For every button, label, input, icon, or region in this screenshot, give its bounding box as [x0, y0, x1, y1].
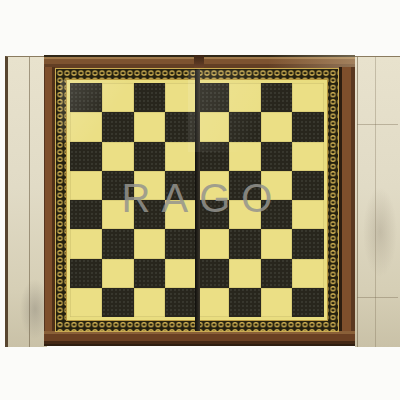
- square-a5: [70, 171, 102, 200]
- square-h3: [292, 229, 324, 258]
- square-a1: [70, 288, 102, 317]
- square-a6: [70, 142, 102, 171]
- gameboard-photo: RAGO: [0, 0, 400, 400]
- square-e7: [197, 112, 229, 141]
- square-g2: [261, 259, 293, 288]
- square-c6: [134, 142, 166, 171]
- left-side-panel: [5, 56, 47, 347]
- square-h4: [292, 200, 324, 229]
- square-h6: [292, 142, 324, 171]
- hinge-hardware: [194, 55, 204, 68]
- square-f5: [229, 171, 261, 200]
- square-e4: [197, 200, 229, 229]
- square-c5: [134, 171, 166, 200]
- right-panel-seam: [357, 57, 358, 347]
- right-panel-scratch-2: [357, 297, 398, 298]
- square-b1: [102, 288, 134, 317]
- square-d3: [165, 229, 197, 258]
- square-c3: [134, 229, 166, 258]
- square-d4: [165, 200, 197, 229]
- square-h8: [292, 83, 324, 112]
- square-a4: [70, 200, 102, 229]
- square-a2: [70, 259, 102, 288]
- square-e5: [197, 171, 229, 200]
- square-e8: [197, 83, 229, 112]
- square-f1: [229, 288, 261, 317]
- square-b7: [102, 112, 134, 141]
- square-d7: [165, 112, 197, 141]
- square-d2: [165, 259, 197, 288]
- square-d1: [165, 288, 197, 317]
- square-f2: [229, 259, 261, 288]
- square-a7: [70, 112, 102, 141]
- frame-right-inner-rail: [339, 67, 355, 331]
- square-g8: [261, 83, 293, 112]
- square-g4: [261, 200, 293, 229]
- square-a3: [70, 229, 102, 258]
- square-c2: [134, 259, 166, 288]
- square-a8: [70, 83, 102, 112]
- square-g1: [261, 288, 293, 317]
- square-c8: [134, 83, 166, 112]
- hinge-fold-line: [195, 69, 200, 331]
- square-f3: [229, 229, 261, 258]
- square-e2: [197, 259, 229, 288]
- right-panel-seam-2: [375, 57, 376, 347]
- square-g6: [261, 142, 293, 171]
- square-b4: [102, 200, 134, 229]
- square-c7: [134, 112, 166, 141]
- square-d5: [165, 171, 197, 200]
- left-panel-seam: [29, 57, 30, 347]
- square-h2: [292, 259, 324, 288]
- square-d8: [165, 83, 197, 112]
- right-side-panel: [355, 56, 400, 347]
- square-g3: [261, 229, 293, 258]
- square-e6: [197, 142, 229, 171]
- square-f6: [229, 142, 261, 171]
- square-e3: [197, 229, 229, 258]
- square-f4: [229, 200, 261, 229]
- square-h1: [292, 288, 324, 317]
- square-b5: [102, 171, 134, 200]
- square-g5: [261, 171, 293, 200]
- square-b6: [102, 142, 134, 171]
- square-c1: [134, 288, 166, 317]
- frame-left-inner-rail: [44, 67, 55, 331]
- square-h5: [292, 171, 324, 200]
- game-sheet: [55, 68, 339, 332]
- square-c4: [134, 200, 166, 229]
- square-f8: [229, 83, 261, 112]
- square-e1: [197, 288, 229, 317]
- square-f7: [229, 112, 261, 141]
- right-panel-scratch: [357, 124, 398, 125]
- square-d6: [165, 142, 197, 171]
- square-h7: [292, 112, 324, 141]
- right-panel-stain: [363, 187, 397, 277]
- square-b8: [102, 83, 134, 112]
- frame-bottom-rail: [44, 331, 355, 346]
- square-b2: [102, 259, 134, 288]
- square-b3: [102, 229, 134, 258]
- square-g7: [261, 112, 293, 141]
